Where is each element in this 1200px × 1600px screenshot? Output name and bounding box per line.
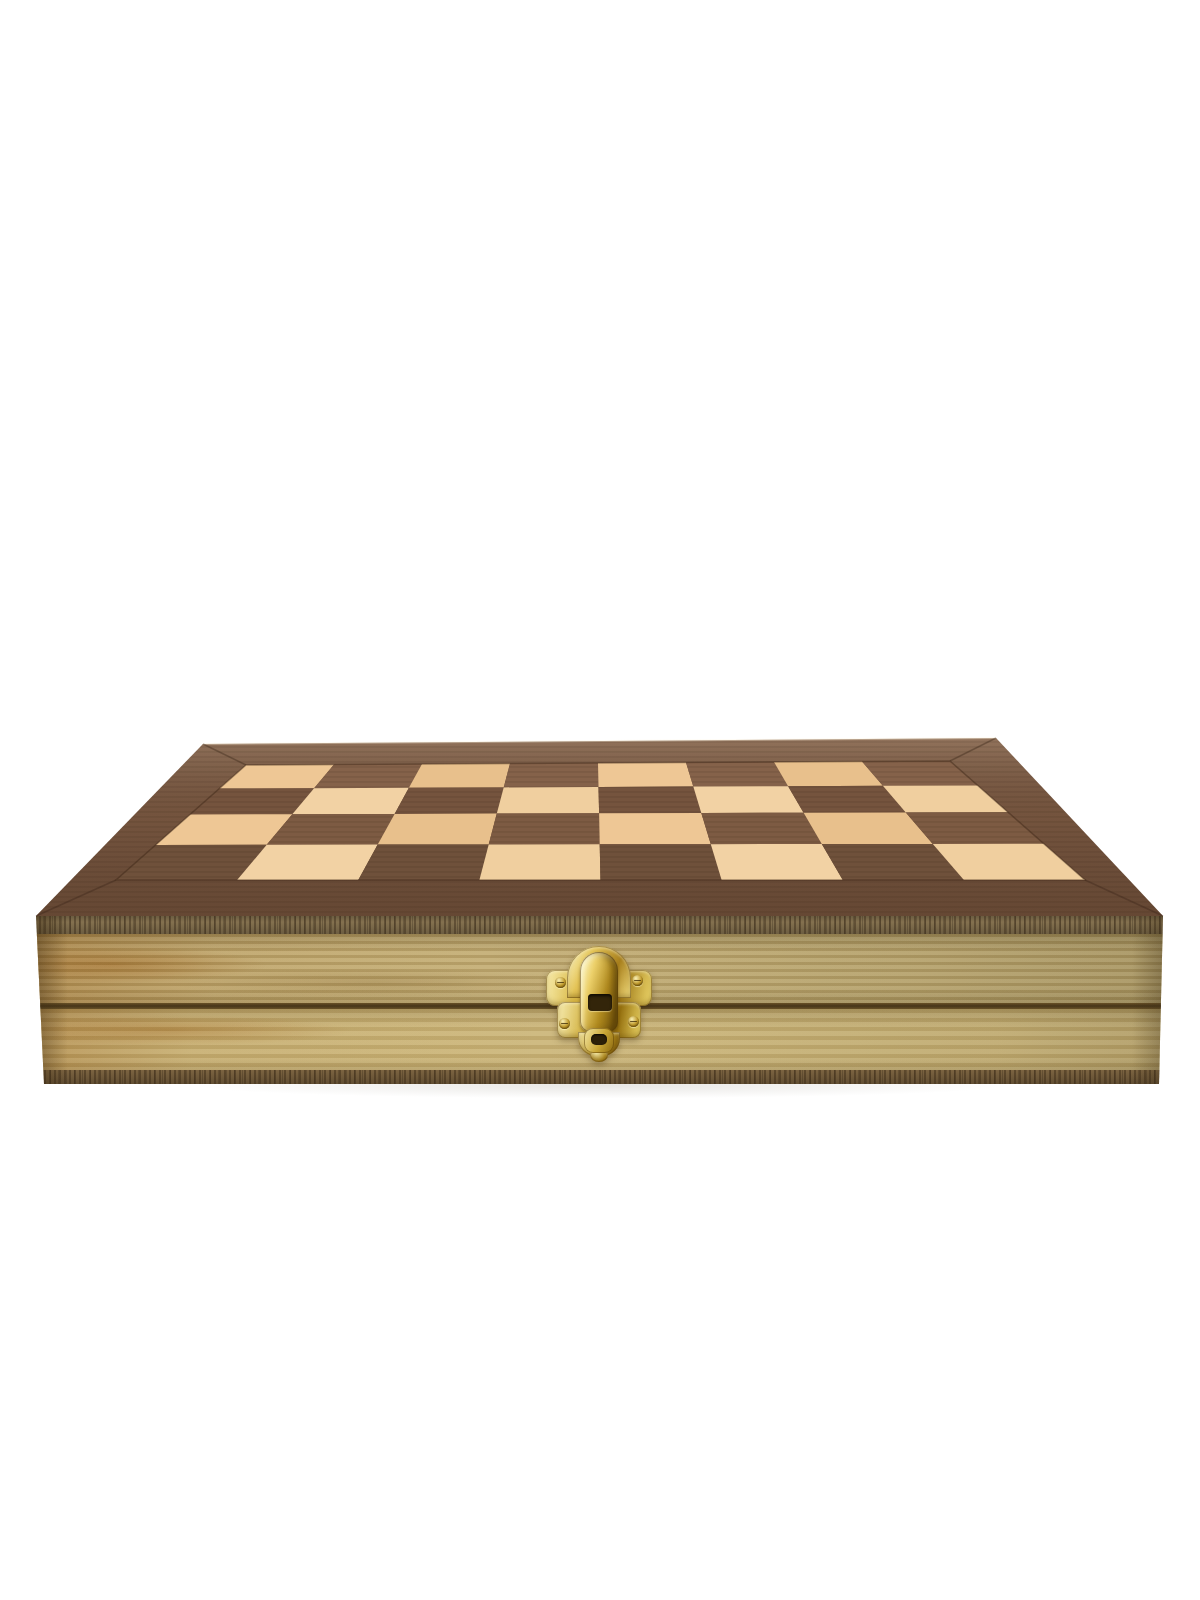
board-cell [409, 764, 510, 788]
board-cell [804, 813, 933, 845]
board-cell [906, 812, 1044, 844]
board-cell-grain [314, 764, 422, 788]
mitre-line [203, 744, 246, 765]
mitre-line [36, 880, 116, 916]
board-cell [267, 814, 395, 845]
board-cell [116, 845, 267, 880]
board-cell [883, 785, 1008, 812]
board-cell [600, 844, 722, 880]
board-cell-grain [906, 812, 1044, 844]
board-cell [933, 844, 1085, 880]
board-cell [314, 764, 422, 788]
board-cell [693, 786, 803, 813]
board-squares [116, 761, 1085, 880]
board-cell [190, 788, 314, 814]
latch-loop-hole [591, 1034, 607, 1045]
product-photo [0, 0, 1200, 1600]
board-cell [599, 787, 702, 814]
board-cell [711, 844, 843, 880]
board-cell [686, 762, 788, 787]
screw-icon [555, 977, 566, 988]
latch-catch-notch [588, 994, 612, 1011]
board-cell [774, 762, 883, 787]
screw-icon [559, 1018, 570, 1029]
board-cell-grain [190, 788, 314, 814]
latch-loop [584, 1028, 614, 1053]
board-cell [479, 844, 600, 880]
board-cell [497, 787, 599, 814]
board-cell-grain [267, 814, 395, 845]
board-cell [822, 844, 964, 880]
board-cell [862, 761, 978, 786]
latch [546, 944, 652, 1064]
board-cell-grain [686, 762, 788, 787]
board-cell [156, 814, 293, 845]
board-cell-grain [599, 787, 702, 814]
board-frame-walnut [36, 738, 1163, 916]
playing-area-outline [116, 761, 1085, 880]
board-cell-grain [489, 813, 600, 844]
board-cell-grain [358, 845, 488, 881]
screw-icon [632, 975, 643, 986]
board-cell [701, 813, 822, 845]
board-cell-grain [600, 844, 722, 880]
board-cell [489, 813, 600, 844]
board-cell [237, 845, 378, 880]
board-frame [36, 738, 1163, 916]
board-panel-edge [34, 914, 1166, 934]
screw-icon [628, 1016, 639, 1027]
board-cell-grain [701, 813, 822, 845]
board-lid [0, 0, 1200, 1600]
board-cell [219, 765, 334, 789]
mitre-line [1085, 880, 1163, 916]
board-cell-grain [822, 844, 964, 880]
back-edge-highlight [203, 738, 996, 744]
bottom-edge-band [34, 1070, 1166, 1086]
mitre-line [950, 738, 996, 761]
board-cell [292, 788, 409, 814]
board-cell-grain [116, 845, 267, 880]
board-cell-grain [788, 786, 906, 813]
board-cell [504, 763, 599, 787]
board-cell-grain [504, 763, 599, 787]
board-cell [598, 763, 693, 788]
latch-tongue [580, 952, 618, 1032]
board-cell [378, 814, 497, 845]
board-cell [358, 845, 488, 881]
board-cell [599, 813, 711, 844]
board-cell [788, 786, 906, 813]
board-cell-grain [395, 787, 504, 814]
board-cell-grain [862, 761, 978, 786]
board-cell [395, 787, 504, 814]
